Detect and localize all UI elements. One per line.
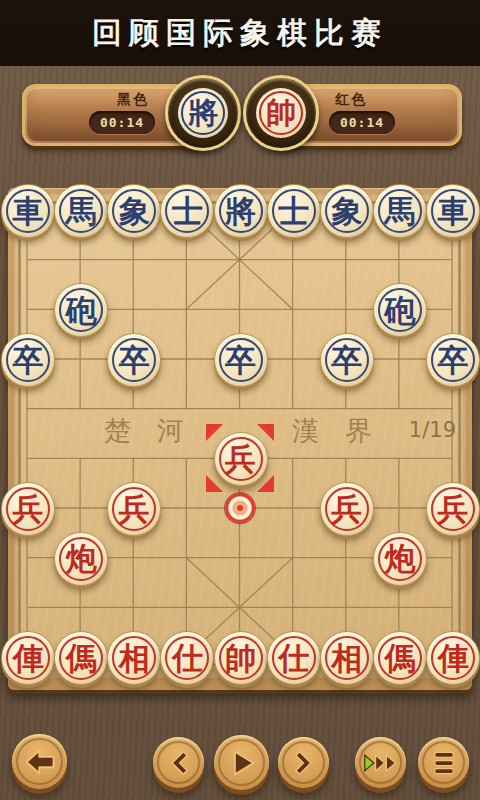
- move-origin-marker: [225, 493, 255, 523]
- piece-red-俥[interactable]: 俥: [1, 631, 55, 685]
- piece-black-馬[interactable]: 馬: [373, 184, 427, 238]
- next-move-button[interactable]: [278, 737, 329, 788]
- red-player-timer: 00:14: [329, 111, 395, 134]
- piece-black-象[interactable]: 象: [320, 184, 374, 238]
- move-counter: 1/19: [409, 406, 456, 456]
- piece-black-卒[interactable]: 卒: [107, 333, 161, 387]
- black-player-timer: 00:14: [89, 111, 155, 134]
- piece-red-兵[interactable]: 兵: [426, 482, 480, 536]
- black-player-name: 黑色: [117, 91, 149, 109]
- piece-red-相[interactable]: 相: [107, 631, 161, 685]
- prev-move-button[interactable]: [153, 737, 204, 788]
- black-badge-glyph: 將: [188, 98, 218, 128]
- piece-red-仕[interactable]: 仕: [267, 631, 321, 685]
- piece-red-仕[interactable]: 仕: [160, 631, 214, 685]
- piece-red-傌[interactable]: 傌: [54, 631, 108, 685]
- black-player-panel: 黑色 00:14 將: [22, 84, 216, 146]
- piece-black-將[interactable]: 將: [214, 184, 268, 238]
- piece-red-兵[interactable]: 兵: [107, 482, 161, 536]
- piece-red-炮[interactable]: 炮: [373, 532, 427, 586]
- fast-forward-button[interactable]: [355, 737, 406, 788]
- piece-red-兵[interactable]: 兵: [214, 432, 268, 486]
- river-label-right: 漢界: [292, 406, 398, 456]
- play-icon: [225, 746, 259, 780]
- piece-black-車[interactable]: 車: [1, 184, 55, 238]
- piece-black-砲[interactable]: 砲: [373, 283, 427, 337]
- chevron-left-icon: [164, 748, 194, 778]
- xiangqi-replay-screen: 回顾国际象棋比赛 黑色 00:14 將 红色 00:14 帥 楚河 漢界 1/1…: [0, 0, 480, 800]
- page-title: 回顾国际象棋比赛: [92, 13, 388, 54]
- piece-black-馬[interactable]: 馬: [54, 184, 108, 238]
- xiangqi-board[interactable]: 楚河 漢界 1/19 車馬象士將士象馬車砲砲卒卒卒卒卒兵兵兵兵兵炮炮俥傌相仕帥仕…: [8, 188, 472, 690]
- red-badge-glyph: 帥: [266, 98, 296, 128]
- piece-red-兵[interactable]: 兵: [320, 482, 374, 536]
- piece-red-兵[interactable]: 兵: [1, 482, 55, 536]
- red-general-badge: 帥: [243, 75, 319, 151]
- piece-red-相[interactable]: 相: [320, 631, 374, 685]
- piece-red-傌[interactable]: 傌: [373, 631, 427, 685]
- piece-black-卒[interactable]: 卒: [1, 333, 55, 387]
- fast-forward-icon: [363, 752, 399, 774]
- piece-black-卒[interactable]: 卒: [214, 333, 268, 387]
- piece-black-士[interactable]: 士: [267, 184, 321, 238]
- piece-red-俥[interactable]: 俥: [426, 631, 480, 685]
- red-player-name: 红色: [335, 91, 367, 109]
- piece-black-卒[interactable]: 卒: [320, 333, 374, 387]
- back-arrow-icon: [22, 744, 58, 780]
- red-player-panel: 红色 00:14 帥: [268, 84, 462, 146]
- piece-black-士[interactable]: 士: [160, 184, 214, 238]
- piece-red-炮[interactable]: 炮: [54, 532, 108, 586]
- chevron-right-icon: [289, 748, 319, 778]
- play-button[interactable]: [214, 735, 269, 790]
- menu-bars-icon: [429, 748, 459, 778]
- piece-red-帥[interactable]: 帥: [214, 631, 268, 685]
- black-general-badge: 將: [165, 75, 241, 151]
- river-label-left: 楚河: [104, 406, 210, 456]
- menu-button[interactable]: [418, 737, 469, 788]
- piece-black-象[interactable]: 象: [107, 184, 161, 238]
- title-bar: 回顾国际象棋比赛: [0, 0, 480, 66]
- back-button[interactable]: [12, 734, 67, 789]
- piece-black-車[interactable]: 車: [426, 184, 480, 238]
- piece-black-卒[interactable]: 卒: [426, 333, 480, 387]
